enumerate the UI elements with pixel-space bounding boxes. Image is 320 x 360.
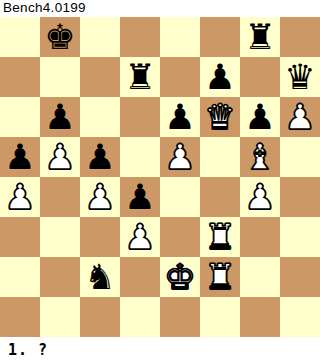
- square-c4[interactable]: ♟: [80, 177, 120, 217]
- white-bishop[interactable]: ♝: [244, 137, 275, 177]
- square-g5[interactable]: ♝: [240, 137, 280, 177]
- square-f5[interactable]: [200, 137, 240, 177]
- white-pawn[interactable]: ♟: [284, 97, 315, 137]
- square-c7[interactable]: [80, 57, 120, 97]
- square-h7[interactable]: ♛: [280, 57, 320, 97]
- move-prompt: 1. ?: [0, 337, 320, 359]
- square-g6[interactable]: ♟: [240, 97, 280, 137]
- square-g3[interactable]: [240, 217, 280, 257]
- square-h8[interactable]: [280, 17, 320, 57]
- square-f6[interactable]: ♛: [200, 97, 240, 137]
- square-f1[interactable]: [200, 297, 240, 337]
- square-c3[interactable]: [80, 217, 120, 257]
- white-pawn[interactable]: ♟: [84, 177, 115, 217]
- square-h6[interactable]: ♟: [280, 97, 320, 137]
- square-c8[interactable]: [80, 17, 120, 57]
- square-a5[interactable]: ♟: [0, 137, 40, 177]
- square-f7[interactable]: ♟: [200, 57, 240, 97]
- black-king[interactable]: ♚: [44, 17, 75, 57]
- square-a2[interactable]: [0, 257, 40, 297]
- square-f8[interactable]: [200, 17, 240, 57]
- black-pawn[interactable]: ♟: [164, 97, 195, 137]
- square-a6[interactable]: [0, 97, 40, 137]
- square-a1[interactable]: [0, 297, 40, 337]
- white-pawn[interactable]: ♟: [164, 137, 195, 177]
- square-d2[interactable]: [120, 257, 160, 297]
- square-d1[interactable]: [120, 297, 160, 337]
- square-f2[interactable]: ♜: [200, 257, 240, 297]
- black-rook[interactable]: ♜: [124, 57, 155, 97]
- white-king[interactable]: ♚: [164, 257, 195, 297]
- square-b7[interactable]: [40, 57, 80, 97]
- square-b6[interactable]: ♟: [40, 97, 80, 137]
- square-f4[interactable]: [200, 177, 240, 217]
- square-h2[interactable]: [280, 257, 320, 297]
- square-e6[interactable]: ♟: [160, 97, 200, 137]
- white-pawn[interactable]: ♟: [4, 177, 35, 217]
- square-d8[interactable]: [120, 17, 160, 57]
- square-b5[interactable]: ♟: [40, 137, 80, 177]
- square-e2[interactable]: ♚: [160, 257, 200, 297]
- square-c6[interactable]: [80, 97, 120, 137]
- square-f3[interactable]: ♜: [200, 217, 240, 257]
- black-pawn[interactable]: ♟: [244, 97, 275, 137]
- black-pawn[interactable]: ♟: [84, 137, 115, 177]
- square-e4[interactable]: [160, 177, 200, 217]
- square-c1[interactable]: [80, 297, 120, 337]
- square-e5[interactable]: ♟: [160, 137, 200, 177]
- black-queen[interactable]: ♛: [284, 57, 315, 97]
- square-a3[interactable]: [0, 217, 40, 257]
- white-pawn[interactable]: ♟: [124, 217, 155, 257]
- white-pawn[interactable]: ♟: [244, 177, 275, 217]
- square-c5[interactable]: ♟: [80, 137, 120, 177]
- square-b1[interactable]: [40, 297, 80, 337]
- square-c2[interactable]: ♞: [80, 257, 120, 297]
- square-e7[interactable]: [160, 57, 200, 97]
- square-d7[interactable]: ♜: [120, 57, 160, 97]
- square-d6[interactable]: [120, 97, 160, 137]
- black-pawn[interactable]: ♟: [44, 97, 75, 137]
- square-h1[interactable]: [280, 297, 320, 337]
- square-g7[interactable]: [240, 57, 280, 97]
- white-pawn[interactable]: ♟: [44, 137, 75, 177]
- black-knight[interactable]: ♞: [84, 257, 115, 297]
- square-b8[interactable]: ♚: [40, 17, 80, 57]
- square-g8[interactable]: ♜: [240, 17, 280, 57]
- square-h5[interactable]: [280, 137, 320, 177]
- square-b2[interactable]: [40, 257, 80, 297]
- square-e1[interactable]: [160, 297, 200, 337]
- square-b3[interactable]: [40, 217, 80, 257]
- square-a8[interactable]: [0, 17, 40, 57]
- diagram-title: Bench4.0199: [0, 0, 320, 17]
- square-h3[interactable]: [280, 217, 320, 257]
- square-d4[interactable]: ♟: [120, 177, 160, 217]
- square-a4[interactable]: ♟: [0, 177, 40, 217]
- square-d3[interactable]: ♟: [120, 217, 160, 257]
- black-rook[interactable]: ♜: [244, 17, 275, 57]
- square-g4[interactable]: ♟: [240, 177, 280, 217]
- square-e3[interactable]: [160, 217, 200, 257]
- black-pawn[interactable]: ♟: [124, 177, 155, 217]
- black-pawn[interactable]: ♟: [4, 137, 35, 177]
- white-rook[interactable]: ♜: [204, 257, 235, 297]
- black-pawn[interactable]: ♟: [204, 57, 235, 97]
- square-d5[interactable]: [120, 137, 160, 177]
- square-e8[interactable]: [160, 17, 200, 57]
- square-g1[interactable]: [240, 297, 280, 337]
- square-b4[interactable]: [40, 177, 80, 217]
- square-a7[interactable]: [0, 57, 40, 97]
- chess-board: ♚♜♜♟♛♟♟♛♟♟♟♟♟♟♝♟♟♟♟♟♜♞♚♜: [0, 17, 320, 337]
- square-g2[interactable]: [240, 257, 280, 297]
- white-rook[interactable]: ♜: [204, 217, 235, 257]
- white-queen[interactable]: ♛: [204, 97, 235, 137]
- square-h4[interactable]: [280, 177, 320, 217]
